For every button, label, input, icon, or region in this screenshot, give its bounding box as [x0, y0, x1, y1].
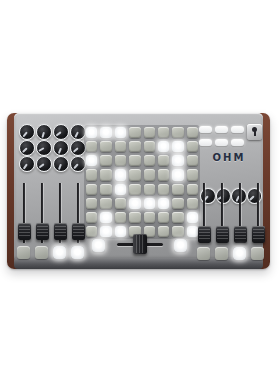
led-button-r1c8[interactable] — [187, 127, 198, 138]
led-button-r2c1[interactable] — [86, 141, 97, 152]
function-pill-button-5[interactable] — [215, 139, 228, 146]
led-button-r1c7[interactable] — [172, 127, 183, 138]
under-fader-button-right-4[interactable] — [251, 247, 264, 260]
volume-fader-right-cap-2[interactable] — [216, 226, 229, 243]
led-button-r6c4[interactable] — [129, 198, 140, 209]
function-pill-button-2[interactable] — [215, 126, 228, 133]
led-button-r3c2[interactable] — [100, 155, 111, 166]
volume-fader-left-cap-3[interactable] — [54, 223, 67, 240]
led-button-r8c1[interactable] — [86, 226, 97, 237]
led-button-r1c5[interactable] — [144, 127, 155, 138]
function-pill-button-4[interactable] — [199, 139, 212, 146]
volume-fader-left-2 — [35, 183, 49, 243]
led-button-r1c3[interactable] — [115, 127, 126, 138]
under-fader-button-right-3[interactable] — [233, 247, 246, 260]
function-button-bank — [199, 126, 244, 146]
volume-fader-right-1 — [197, 183, 211, 243]
led-button-r2c5[interactable] — [144, 141, 155, 152]
led-button-r2c2[interactable] — [100, 141, 111, 152]
led-button-r1c1[interactable] — [86, 127, 97, 138]
rotary-knob-left-1[interactable] — [19, 124, 35, 140]
led-button-r7c3[interactable] — [115, 212, 126, 223]
led-button-r8c3[interactable] — [115, 226, 126, 237]
volume-fader-right-2 — [215, 183, 229, 243]
led-button-r3c3[interactable] — [115, 155, 126, 166]
led-button-r2c7[interactable] — [172, 141, 183, 152]
volume-fader-right-cap-3[interactable] — [234, 226, 247, 243]
led-button-r7c5[interactable] — [144, 212, 155, 223]
ohm64-controller: OHM — [7, 113, 270, 269]
led-button-r7c1[interactable] — [86, 212, 97, 223]
led-button-r3c5[interactable] — [144, 155, 155, 166]
led-button-r4c6[interactable] — [158, 169, 169, 180]
led-button-r6c1[interactable] — [86, 198, 97, 209]
knob-indicator — [42, 132, 46, 138]
volume-fader-left-3 — [53, 183, 67, 243]
led-button-r1c2[interactable] — [100, 127, 111, 138]
led-button-r5c2[interactable] — [100, 184, 111, 195]
crossfader-left-button[interactable] — [92, 239, 105, 252]
led-button-r3c6[interactable] — [158, 155, 169, 166]
led-button-r8c6[interactable] — [158, 226, 169, 237]
under-fader-button-right-1[interactable] — [197, 247, 210, 260]
under-fader-button-right-2[interactable] — [215, 247, 228, 260]
crossfader-right-button[interactable] — [174, 239, 187, 252]
led-button-r4c4[interactable] — [129, 169, 140, 180]
under-fader-button-left-2[interactable] — [35, 246, 48, 259]
rotary-knob-left-6[interactable] — [36, 140, 52, 156]
volume-fader-left-cap-2[interactable] — [36, 223, 49, 240]
led-button-r5c3[interactable] — [115, 184, 126, 195]
knob-indicator — [23, 131, 28, 137]
product-photo-stage: OHM — [0, 0, 280, 390]
under-fader-button-left-1[interactable] — [17, 246, 30, 259]
volume-fader-left-4 — [71, 183, 85, 243]
led-button-r6c2[interactable] — [100, 198, 111, 209]
knob-indicator — [73, 163, 79, 169]
rotary-knob-left-10[interactable] — [36, 156, 52, 172]
led-button-r6c3[interactable] — [115, 198, 126, 209]
volume-fader-left-cap-1[interactable] — [18, 223, 31, 240]
knob-indicator — [58, 164, 62, 170]
led-button-r2c8[interactable] — [187, 141, 198, 152]
led-button-r7c6[interactable] — [158, 212, 169, 223]
under-fader-button-left-3[interactable] — [53, 246, 66, 259]
knob-indicator — [72, 147, 78, 153]
volume-fader-left-1 — [17, 183, 31, 243]
key-lock-button[interactable] — [247, 124, 262, 140]
led-button-r6c6[interactable] — [158, 198, 169, 209]
function-pill-button-6[interactable] — [231, 139, 244, 146]
led-button-r4c1[interactable] — [86, 169, 97, 180]
led-button-r5c1[interactable] — [86, 184, 97, 195]
volume-fader-left-cap-4[interactable] — [72, 223, 85, 240]
led-button-r7c7[interactable] — [172, 212, 183, 223]
led-button-r4c3[interactable] — [115, 169, 126, 180]
knob-indicator — [58, 148, 62, 154]
led-button-r4c8[interactable] — [187, 169, 198, 180]
rotary-knob-left-5[interactable] — [19, 140, 35, 156]
led-button-r6c5[interactable] — [144, 198, 155, 209]
knob-indicator — [56, 131, 62, 136]
rotary-knob-left-11[interactable] — [53, 156, 69, 172]
led-button-r5c5[interactable] — [144, 184, 155, 195]
led-button-r2c4[interactable] — [129, 141, 140, 152]
volume-fader-right-4 — [251, 183, 265, 243]
knob-indicator — [23, 163, 28, 169]
knob-indicator — [74, 132, 79, 138]
knob-indicator — [22, 147, 28, 153]
ohm-logo: OHM — [200, 152, 258, 163]
volume-fader-right-3 — [233, 183, 247, 243]
under-fader-button-left-4[interactable] — [71, 246, 84, 259]
rotary-knob-left-3[interactable] — [53, 124, 69, 140]
led-button-r7c2[interactable] — [100, 212, 111, 223]
rotary-knob-left-2[interactable] — [36, 124, 52, 140]
led-button-grid — [84, 125, 200, 239]
volume-fader-right-cap-1[interactable] — [198, 226, 211, 243]
keyhole-icon — [252, 127, 257, 132]
knob-bank-left — [19, 124, 86, 172]
led-button-r8c7[interactable] — [172, 226, 183, 237]
led-button-r8c2[interactable] — [100, 226, 111, 237]
led-button-r4c7[interactable] — [172, 169, 183, 180]
led-button-r2c3[interactable] — [115, 141, 126, 152]
led-button-r7c4[interactable] — [129, 212, 140, 223]
knob-indicator — [38, 147, 44, 152]
function-pill-button-3[interactable] — [231, 126, 244, 133]
crossfader-cap[interactable] — [133, 234, 147, 254]
led-button-r3c7[interactable] — [172, 155, 183, 166]
function-pill-button-1[interactable] — [199, 126, 212, 133]
led-button-r4c5[interactable] — [144, 169, 155, 180]
led-button-r3c4[interactable] — [129, 155, 140, 166]
led-button-r1c6[interactable] — [158, 127, 169, 138]
led-button-r1c4[interactable] — [129, 127, 140, 138]
led-button-r5c6[interactable] — [158, 184, 169, 195]
rotary-knob-left-7[interactable] — [53, 140, 69, 156]
rotary-knob-left-9[interactable] — [19, 156, 35, 172]
led-button-r3c1[interactable] — [86, 155, 97, 166]
led-button-r5c7[interactable] — [172, 184, 183, 195]
volume-fader-right-cap-4[interactable] — [252, 226, 265, 243]
led-button-r6c7[interactable] — [172, 198, 183, 209]
led-button-r4c2[interactable] — [100, 169, 111, 180]
led-button-r3c8[interactable] — [187, 155, 198, 166]
knob-indicator — [39, 163, 45, 168]
led-button-r2c6[interactable] — [158, 141, 169, 152]
led-button-r5c4[interactable] — [129, 184, 140, 195]
